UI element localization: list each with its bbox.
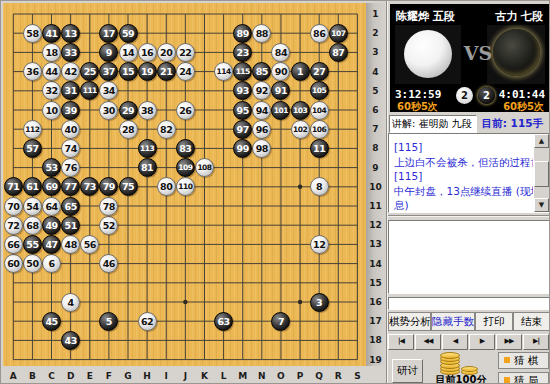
vs-label: VS <box>462 42 494 64</box>
stone-1: 1 <box>291 62 310 81</box>
stone-96: 96 <box>252 120 271 139</box>
nav-start-button[interactable]: |◀ <box>388 334 414 350</box>
stone-78: 78 <box>99 197 118 216</box>
stone-101: 101 <box>271 101 290 120</box>
stone-52: 52 <box>99 216 118 235</box>
col-label-Q: Q <box>312 371 326 381</box>
stone-16: 16 <box>138 43 157 62</box>
row-label-16: 16 <box>367 297 384 307</box>
stone-17: 17 <box>99 24 118 43</box>
stone-45: 45 <box>42 312 61 331</box>
stone-109: 109 <box>176 158 195 177</box>
stone-50: 50 <box>23 254 42 273</box>
row-label-18: 18 <box>367 335 384 345</box>
commentary-line: [115] <box>389 169 533 184</box>
stone-11: 11 <box>310 139 329 158</box>
row-label-5: 5 <box>367 86 384 96</box>
gold-coin-icon <box>461 366 478 372</box>
stone-19: 19 <box>138 62 157 81</box>
stone-23: 23 <box>233 43 252 62</box>
commentary-line: 息) <box>389 198 533 213</box>
row-label-19: 19 <box>367 355 384 365</box>
col-label-O: O <box>274 371 288 381</box>
white-player-avatar <box>395 25 461 84</box>
row-label-3: 3 <box>367 47 384 57</box>
stone-22: 22 <box>176 43 195 62</box>
stone-10: 10 <box>42 101 61 120</box>
col-label-M: M <box>236 371 250 381</box>
stone-82: 82 <box>157 120 176 139</box>
row-label-12: 12 <box>367 220 384 230</box>
stone-5: 5 <box>99 312 118 331</box>
row-label-17: 17 <box>367 316 384 326</box>
row-label-2: 2 <box>367 28 384 38</box>
stone-27: 27 <box>310 62 329 81</box>
nav-forward10-button[interactable]: ▶▶ <box>496 334 522 350</box>
stone-3: 3 <box>310 293 329 312</box>
stone-86: 86 <box>310 24 329 43</box>
col-label-R: R <box>331 371 345 381</box>
nav-forward-button[interactable]: ▶ <box>469 334 495 350</box>
stone-72: 72 <box>4 216 23 235</box>
col-label-P: P <box>293 371 307 381</box>
stone-105: 105 <box>310 81 329 100</box>
stone-14: 14 <box>119 43 138 62</box>
col-label-A: A <box>6 371 20 381</box>
stone-102: 102 <box>291 120 310 139</box>
col-label-K: K <box>197 371 211 381</box>
commentary-scrollbar[interactable]: ▲ ▼ <box>534 134 549 212</box>
stone-48: 48 <box>61 235 80 254</box>
gold-coin-icon <box>440 352 460 359</box>
app-window: 1345678910111213141516171819202122232425… <box>0 0 550 384</box>
col-label-F: F <box>102 371 116 381</box>
stone-97: 97 <box>233 120 252 139</box>
stone-30: 30 <box>99 101 118 120</box>
stone-70: 70 <box>4 197 23 216</box>
scroll-down-icon[interactable]: ▼ <box>534 198 549 212</box>
stone-51: 51 <box>61 216 80 235</box>
white-player-name: 陈耀烨 五段 <box>396 9 455 24</box>
print-button[interactable]: 打印 <box>475 312 513 331</box>
stone-7: 7 <box>271 312 290 331</box>
stone-80: 80 <box>157 177 176 196</box>
stone-65: 65 <box>61 197 80 216</box>
stone-106: 106 <box>310 120 329 139</box>
guess-result-button[interactable]: 猜 局 <box>498 372 549 384</box>
col-label-C: C <box>45 371 59 381</box>
commentary-line: 中午封盘，13点继续直播 (现场消 <box>389 184 533 199</box>
stone-4: 4 <box>61 293 80 312</box>
stone-112: 112 <box>23 120 42 139</box>
stone-94: 94 <box>252 101 271 120</box>
stone-15: 15 <box>119 62 138 81</box>
stone-44: 44 <box>42 62 61 81</box>
black-byoyomi-periods-ball: 2 <box>478 87 495 104</box>
row-label-13: 13 <box>367 239 384 249</box>
stone-29: 29 <box>119 101 138 120</box>
stone-36: 36 <box>23 62 42 81</box>
nav-back-button[interactable]: ◀ <box>442 334 468 350</box>
col-label-H: H <box>140 371 154 381</box>
stone-41: 41 <box>42 24 61 43</box>
stone-54: 54 <box>23 197 42 216</box>
row-label-6: 6 <box>367 105 384 115</box>
stone-13: 13 <box>61 24 80 43</box>
column-coordinate-strip <box>1 366 386 384</box>
stone-66: 66 <box>4 235 23 254</box>
col-label-S: S <box>350 371 364 381</box>
col-label-J: J <box>178 371 192 381</box>
research-button[interactable]: 研讨 <box>392 359 423 383</box>
stone-49: 49 <box>42 216 61 235</box>
stone-43: 43 <box>61 331 80 350</box>
stone-55: 55 <box>23 235 42 254</box>
commentary-line: [115] <box>389 140 533 155</box>
stone-26: 26 <box>176 101 195 120</box>
row-label-14: 14 <box>367 259 384 269</box>
stone-88: 88 <box>252 24 271 43</box>
nav-end-button[interactable]: ▶| <box>523 334 549 350</box>
col-label-E: E <box>83 371 97 381</box>
stone-89: 89 <box>233 24 252 43</box>
stone-75: 75 <box>119 177 138 196</box>
stone-33: 33 <box>61 43 80 62</box>
stone-68: 68 <box>23 216 42 235</box>
players-info-box: 陈耀烨 五段 古力 七段 VS 3:12:59 4:01:44 2 2 60秒5… <box>390 4 549 112</box>
black-player-name: 古力 七段 <box>495 9 543 24</box>
stone-62: 62 <box>138 312 157 331</box>
col-label-G: G <box>121 371 135 381</box>
col-label-D: D <box>64 371 78 381</box>
stone-64: 64 <box>42 197 61 216</box>
hide-move-numbers-button[interactable]: 隐藏手数 <box>431 312 475 331</box>
black-byoyomi-label: 60秒5次 <box>503 100 544 114</box>
white-byoyomi-label: 60秒5次 <box>397 100 438 114</box>
points-label: 目前100分 <box>433 373 489 384</box>
end-button[interactable]: 结束 <box>513 312 550 331</box>
commentary-panel: [115]上边白不会被杀，但活的过程肯定苦[115]中午封盘，13点继续直播 (… <box>388 133 550 213</box>
stone-40: 40 <box>61 120 80 139</box>
col-label-I: I <box>159 371 173 381</box>
guess-move-button[interactable]: 猜 棋 <box>498 352 549 369</box>
stone-53: 53 <box>42 158 61 177</box>
stone-6: 6 <box>42 254 61 273</box>
commentary-text: [115]上边白不会被杀，但活的过程肯定苦[115]中午封盘，13点继续直播 (… <box>389 140 533 213</box>
chat-input[interactable] <box>388 297 550 310</box>
stone-20: 20 <box>157 43 176 62</box>
stone-81: 81 <box>138 158 157 177</box>
row-label-1: 1 <box>367 9 384 19</box>
scroll-up-icon[interactable]: ▲ <box>534 134 549 148</box>
commentator-label: 讲解: 崔明勋 九段 <box>389 115 477 133</box>
commentator-row: 讲解: 崔明勋 九段 目前: 115手 <box>388 114 550 132</box>
white-stone-avatar-icon <box>404 30 452 78</box>
row-label-4: 4 <box>367 67 384 77</box>
stone-103: 103 <box>291 101 310 120</box>
row-label-8: 8 <box>367 143 384 153</box>
stone-110: 110 <box>176 177 195 196</box>
stone-59: 59 <box>119 24 138 43</box>
white-byoyomi-periods-ball: 2 <box>456 87 473 104</box>
stone-18: 18 <box>42 43 61 62</box>
stone-87: 87 <box>329 43 348 62</box>
col-label-B: B <box>25 371 39 381</box>
stone-57: 57 <box>23 139 42 158</box>
row-label-15: 15 <box>367 278 384 288</box>
current-move-counter: 目前: 115手 <box>482 117 543 131</box>
stone-107: 107 <box>329 24 348 43</box>
stone-24: 24 <box>176 62 195 81</box>
stone-12: 12 <box>310 235 329 254</box>
stone-71: 71 <box>4 177 23 196</box>
orange-bullet-icon <box>504 357 510 363</box>
stone-8: 8 <box>310 177 329 196</box>
row-label-10: 10 <box>367 182 384 192</box>
row-label-11: 11 <box>367 201 384 211</box>
black-player-avatar <box>487 25 545 84</box>
chat-display <box>388 220 550 294</box>
nav-back10-button[interactable]: ◀◀ <box>415 334 441 350</box>
commentary-line: 上边白不会被杀，但活的过程肯定苦 <box>389 155 533 170</box>
stone-28: 28 <box>119 120 138 139</box>
stone-58: 58 <box>23 24 42 43</box>
section-divider <box>388 215 550 219</box>
stone-108: 108 <box>195 158 214 177</box>
side-panel: 陈耀烨 五段 古力 七段 VS 3:12:59 4:01:44 2 2 60秒5… <box>388 1 550 384</box>
stone-99: 99 <box>233 139 252 158</box>
stone-38: 38 <box>138 101 157 120</box>
stone-83: 83 <box>176 139 195 158</box>
col-label-N: N <box>255 371 269 381</box>
analysis-button[interactable]: 棋势分析 <box>388 312 431 331</box>
row-label-7: 7 <box>367 124 384 134</box>
stone-47: 47 <box>42 235 61 254</box>
stone-63: 63 <box>214 312 233 331</box>
stone-95: 95 <box>233 101 252 120</box>
black-stone-avatar-icon <box>493 29 540 76</box>
stone-113: 113 <box>138 139 157 158</box>
stone-39: 39 <box>61 101 80 120</box>
stone-74: 74 <box>61 139 80 158</box>
stone-60: 60 <box>4 254 23 273</box>
row-label-9: 9 <box>367 163 384 173</box>
stone-21: 21 <box>157 62 176 81</box>
stone-104: 104 <box>310 101 329 120</box>
scrollbar-thumb[interactable] <box>534 161 549 187</box>
coins-icon <box>440 350 480 375</box>
col-label-L: L <box>217 371 231 381</box>
orange-bullet-icon <box>504 377 510 383</box>
